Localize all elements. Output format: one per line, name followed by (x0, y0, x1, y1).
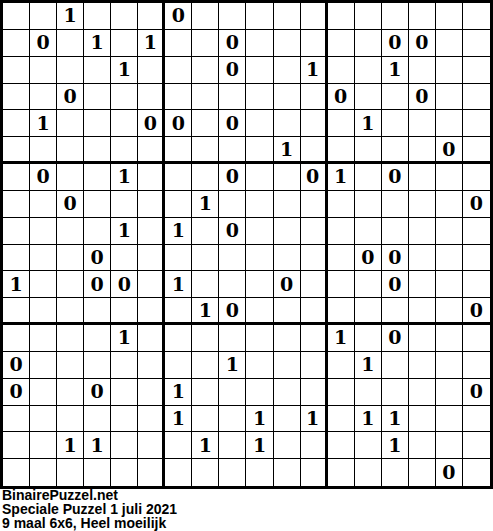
cell-r17c5-empty[interactable] (111, 432, 138, 459)
cell-r16c18-empty[interactable] (463, 406, 490, 433)
cell-r4c2-empty[interactable] (30, 84, 57, 111)
cell-r9c10-empty[interactable] (246, 218, 273, 245)
cell-r8c7-empty[interactable] (165, 191, 192, 218)
cell-r6c6-empty[interactable] (138, 137, 165, 164)
cell-r1c5-empty[interactable] (111, 3, 138, 30)
cell-r6c14-empty[interactable] (355, 137, 382, 164)
cell-r1c4-empty[interactable] (84, 3, 111, 30)
cell-r3c13-empty[interactable] (328, 57, 355, 84)
cell-r10c3-empty[interactable] (57, 245, 84, 272)
cell-r16c10-given-1: 1 (246, 406, 273, 433)
cell-r5c18-empty[interactable] (463, 110, 490, 137)
cell-r15c4-given-0: 0 (84, 379, 111, 406)
cell-r17c18-empty[interactable] (463, 432, 490, 459)
cell-r9c16-empty[interactable] (409, 218, 436, 245)
cell-r2c14-empty[interactable] (355, 30, 382, 57)
cell-r17c11-empty[interactable] (274, 432, 301, 459)
cell-r7c3-empty[interactable] (57, 164, 84, 191)
cell-r13c1-empty[interactable] (3, 325, 30, 352)
cell-r2c18-empty[interactable] (463, 30, 490, 57)
cell-r2c4-given-1: 1 (84, 30, 111, 57)
cell-r14c2-empty[interactable] (30, 352, 57, 379)
cell-r15c16-empty[interactable] (409, 379, 436, 406)
cell-r16c17-empty[interactable] (436, 406, 463, 433)
cell-r4c10-empty[interactable] (246, 84, 273, 111)
cell-r9c15-empty[interactable] (382, 218, 409, 245)
cell-r6c8-empty[interactable] (192, 137, 219, 164)
cell-r10c12-empty[interactable] (301, 245, 328, 272)
cell-r10c14-given-0: 0 (355, 245, 382, 272)
cell-r16c3-empty[interactable] (57, 406, 84, 433)
cell-r13c11-empty[interactable] (274, 325, 301, 352)
cell-r15c7-given-1: 1 (165, 379, 192, 406)
cell-r18c12-empty[interactable] (301, 459, 328, 486)
cell-r1c14-empty[interactable] (355, 3, 382, 30)
cell-r12c2-empty[interactable] (30, 298, 57, 325)
cell-r9c6-empty[interactable] (138, 218, 165, 245)
cell-r14c14-given-1: 1 (355, 352, 382, 379)
cell-r9c12-empty[interactable] (301, 218, 328, 245)
cell-r10c1-empty[interactable] (3, 245, 30, 272)
cell-r4c15-empty[interactable] (382, 84, 409, 111)
cell-r7c6-empty[interactable] (138, 164, 165, 191)
cell-r11c15-given-0: 0 (382, 271, 409, 298)
cell-r15c15-empty[interactable] (382, 379, 409, 406)
cell-r14c4-empty[interactable] (84, 352, 111, 379)
cell-r3c17-empty[interactable] (436, 57, 463, 84)
cell-r4c4-empty[interactable] (84, 84, 111, 111)
cell-r4c12-empty[interactable] (301, 84, 328, 111)
cell-r15c5-empty[interactable] (111, 379, 138, 406)
cell-r5c1-empty[interactable] (3, 110, 30, 137)
cell-r18c15-empty[interactable] (382, 459, 409, 486)
cell-r1c16-empty[interactable] (409, 3, 436, 30)
cell-r17c4-given-1: 1 (84, 432, 111, 459)
cell-r16c7-given-1: 1 (165, 406, 192, 433)
cell-r3c9-given-0: 0 (219, 57, 246, 84)
cell-r5c13-empty[interactable] (328, 110, 355, 137)
cell-r8c14-empty[interactable] (355, 191, 382, 218)
cell-r5c4-empty[interactable] (84, 110, 111, 137)
cell-r10c10-empty[interactable] (246, 245, 273, 272)
cell-r18c18-empty[interactable] (463, 459, 490, 486)
cell-r12c4-empty[interactable] (84, 298, 111, 325)
cell-r3c2-empty[interactable] (30, 57, 57, 84)
cell-r2c16-given-0: 0 (409, 30, 436, 57)
cell-r14c9-given-1: 1 (219, 352, 246, 379)
cell-r6c18-empty[interactable] (463, 137, 490, 164)
cell-r7c17-empty[interactable] (436, 164, 463, 191)
cell-r14c10-empty[interactable] (246, 352, 273, 379)
cell-r17c14-empty[interactable] (355, 432, 382, 459)
cell-r12c16-empty[interactable] (409, 298, 436, 325)
cell-r13c6-empty[interactable] (138, 325, 165, 352)
cell-r10c9-empty[interactable] (219, 245, 246, 272)
cell-r11c8-empty[interactable] (192, 271, 219, 298)
cell-r14c17-empty[interactable] (436, 352, 463, 379)
cell-r6c12-empty[interactable] (301, 137, 328, 164)
cell-r5c8-empty[interactable] (192, 110, 219, 137)
cell-r3c18-empty[interactable] (463, 57, 490, 84)
cell-r8c5-empty[interactable] (111, 191, 138, 218)
cell-r12c7-empty[interactable] (165, 298, 192, 325)
cell-r14c18-empty[interactable] (463, 352, 490, 379)
cell-r10c16-empty[interactable] (409, 245, 436, 272)
cell-r1c2-empty[interactable] (30, 3, 57, 30)
cell-r15c8-empty[interactable] (192, 379, 219, 406)
cell-r7c8-empty[interactable] (192, 164, 219, 191)
cell-r11c6-empty[interactable] (138, 271, 165, 298)
cell-r1c8-empty[interactable] (192, 3, 219, 30)
cell-r13c18-empty[interactable] (463, 325, 490, 352)
cell-r7c10-empty[interactable] (246, 164, 273, 191)
cell-r16c6-empty[interactable] (138, 406, 165, 433)
cell-r3c16-empty[interactable] (409, 57, 436, 84)
cell-r10c7-empty[interactable] (165, 245, 192, 272)
cell-r16c13-empty[interactable] (328, 406, 355, 433)
cell-r15c11-empty[interactable] (274, 379, 301, 406)
cell-r5c15-empty[interactable] (382, 110, 409, 137)
cell-r2c8-empty[interactable] (192, 30, 219, 57)
cell-r11c13-empty[interactable] (328, 271, 355, 298)
cell-r12c8-given-1: 1 (192, 298, 219, 325)
cell-r17c13-empty[interactable] (328, 432, 355, 459)
cell-r13c9-empty[interactable] (219, 325, 246, 352)
cell-r4c5-empty[interactable] (111, 84, 138, 111)
cell-r16c4-empty[interactable] (84, 406, 111, 433)
cell-r8c13-empty[interactable] (328, 191, 355, 218)
cell-r3c11-empty[interactable] (274, 57, 301, 84)
cell-r10c2-empty[interactable] (30, 245, 57, 272)
cell-r3c8-empty[interactable] (192, 57, 219, 84)
cell-r15c10-empty[interactable] (246, 379, 273, 406)
cell-r18c11-empty[interactable] (274, 459, 301, 486)
cell-r7c16-empty[interactable] (409, 164, 436, 191)
cell-r5c14-given-1: 1 (355, 110, 382, 137)
cell-r9c5-given-1: 1 (111, 218, 138, 245)
cell-r1c11-empty[interactable] (274, 3, 301, 30)
cell-r11c4-given-0: 0 (84, 271, 111, 298)
cell-r2c13-empty[interactable] (328, 30, 355, 57)
footer: BinairePuzzel.net Speciale Puzzel 1 juli… (2, 488, 491, 530)
cell-r4c3-given-0: 0 (57, 84, 84, 111)
cell-r15c14-empty[interactable] (355, 379, 382, 406)
cell-r9c13-empty[interactable] (328, 218, 355, 245)
puzzle-grid: 1001100010110001000110010010010110000100… (0, 0, 493, 489)
cell-r18c5-empty[interactable] (111, 459, 138, 486)
cell-r16c12-given-1: 1 (301, 406, 328, 433)
cell-r6c13-empty[interactable] (328, 137, 355, 164)
cell-r9c11-empty[interactable] (274, 218, 301, 245)
cell-r11c7-given-1: 1 (165, 271, 192, 298)
cell-r10c17-empty[interactable] (436, 245, 463, 272)
cell-r18c2-empty[interactable] (30, 459, 57, 486)
footer-subtitle: Speciale Puzzel 1 juli 2021 (2, 502, 491, 516)
cell-r17c12-empty[interactable] (301, 432, 328, 459)
cell-r17c7-empty[interactable] (165, 432, 192, 459)
cell-r2c11-empty[interactable] (274, 30, 301, 57)
cell-r15c17-empty[interactable] (436, 379, 463, 406)
cell-r14c8-empty[interactable] (192, 352, 219, 379)
cell-r16c8-empty[interactable] (192, 406, 219, 433)
cell-r10c11-empty[interactable] (274, 245, 301, 272)
cell-r4c17-empty[interactable] (436, 84, 463, 111)
cell-r4c7-empty[interactable] (165, 84, 192, 111)
cell-r14c15-empty[interactable] (382, 352, 409, 379)
cell-r18c6-empty[interactable] (138, 459, 165, 486)
cell-r3c12-given-1: 1 (301, 57, 328, 84)
cell-r1c1-empty[interactable] (3, 3, 30, 30)
cell-r6c3-empty[interactable] (57, 137, 84, 164)
cell-r13c16-empty[interactable] (409, 325, 436, 352)
cell-r11c2-empty[interactable] (30, 271, 57, 298)
cell-r6c15-empty[interactable] (382, 137, 409, 164)
cell-r8c12-empty[interactable] (301, 191, 328, 218)
cell-r13c17-empty[interactable] (436, 325, 463, 352)
cell-r18c16-empty[interactable] (409, 459, 436, 486)
cell-r15c2-empty[interactable] (30, 379, 57, 406)
cell-r18c10-empty[interactable] (246, 459, 273, 486)
cell-r6c7-empty[interactable] (165, 137, 192, 164)
cell-r5c12-empty[interactable] (301, 110, 328, 137)
footer-info: 9 maal 6x6, Heel moeilijk (2, 516, 491, 530)
cell-r8c18-given-0: 0 (463, 191, 490, 218)
cell-r15c6-empty[interactable] (138, 379, 165, 406)
cell-r8c17-empty[interactable] (436, 191, 463, 218)
cell-r12c5-empty[interactable] (111, 298, 138, 325)
cell-r18c14-empty[interactable] (355, 459, 382, 486)
cell-r14c7-empty[interactable] (165, 352, 192, 379)
cell-r2c3-empty[interactable] (57, 30, 84, 57)
cell-r2c2-given-0: 0 (30, 30, 57, 57)
cell-r3c6-empty[interactable] (138, 57, 165, 84)
cell-r2c10-empty[interactable] (246, 30, 273, 57)
cell-r1c15-empty[interactable] (382, 3, 409, 30)
cell-r18c7-empty[interactable] (165, 459, 192, 486)
cell-r13c8-empty[interactable] (192, 325, 219, 352)
cell-r15c3-empty[interactable] (57, 379, 84, 406)
cell-r11c10-empty[interactable] (246, 271, 273, 298)
cell-r16c16-empty[interactable] (409, 406, 436, 433)
cell-r16c9-empty[interactable] (219, 406, 246, 433)
cell-r2c7-empty[interactable] (165, 30, 192, 57)
cell-r4c18-empty[interactable] (463, 84, 490, 111)
cell-r18c9-empty[interactable] (219, 459, 246, 486)
cell-r15c13-empty[interactable] (328, 379, 355, 406)
cell-r4c9-empty[interactable] (219, 84, 246, 111)
cell-r13c14-empty[interactable] (355, 325, 382, 352)
cell-r11c5-given-0: 0 (111, 271, 138, 298)
cell-r12c1-empty[interactable] (3, 298, 30, 325)
cell-r8c8-given-1: 1 (192, 191, 219, 218)
cell-r8c1-empty[interactable] (3, 191, 30, 218)
cell-r16c11-empty[interactable] (274, 406, 301, 433)
cell-r8c10-empty[interactable] (246, 191, 273, 218)
cell-r3c3-empty[interactable] (57, 57, 84, 84)
cell-r2c12-empty[interactable] (301, 30, 328, 57)
cell-r12c15-empty[interactable] (382, 298, 409, 325)
cell-r4c11-empty[interactable] (274, 84, 301, 111)
cell-r3c7-empty[interactable] (165, 57, 192, 84)
cell-r5c3-empty[interactable] (57, 110, 84, 137)
cell-r12c14-empty[interactable] (355, 298, 382, 325)
cell-r17c6-empty[interactable] (138, 432, 165, 459)
cell-r11c9-empty[interactable] (219, 271, 246, 298)
cell-r12c10-empty[interactable] (246, 298, 273, 325)
cell-r1c10-empty[interactable] (246, 3, 273, 30)
cell-r5c16-empty[interactable] (409, 110, 436, 137)
cell-r18c3-empty[interactable] (57, 459, 84, 486)
cell-r4c16-given-0: 0 (409, 84, 436, 111)
cell-r18c13-empty[interactable] (328, 459, 355, 486)
cell-r13c3-empty[interactable] (57, 325, 84, 352)
cell-r1c17-empty[interactable] (436, 3, 463, 30)
cell-r9c1-empty[interactable] (3, 218, 30, 245)
cell-r12c11-empty[interactable] (274, 298, 301, 325)
cell-r7c12-given-0: 0 (301, 164, 328, 191)
cell-r2c5-empty[interactable] (111, 30, 138, 57)
cell-r3c14-empty[interactable] (355, 57, 382, 84)
cell-r5c17-empty[interactable] (436, 110, 463, 137)
cell-r1c12-empty[interactable] (301, 3, 328, 30)
cell-r14c6-empty[interactable] (138, 352, 165, 379)
cell-r16c5-empty[interactable] (111, 406, 138, 433)
cell-r6c4-empty[interactable] (84, 137, 111, 164)
cell-r13c4-empty[interactable] (84, 325, 111, 352)
cell-r8c15-empty[interactable] (382, 191, 409, 218)
cell-r10c6-empty[interactable] (138, 245, 165, 272)
cell-r17c10-given-1: 1 (246, 432, 273, 459)
cell-r17c3-given-1: 1 (57, 432, 84, 459)
cell-r6c10-empty[interactable] (246, 137, 273, 164)
cell-r17c15-given-1: 1 (382, 432, 409, 459)
cell-r16c2-empty[interactable] (30, 406, 57, 433)
cell-r7c11-empty[interactable] (274, 164, 301, 191)
cell-r14c3-empty[interactable] (57, 352, 84, 379)
cell-r12c13-empty[interactable] (328, 298, 355, 325)
cell-r15c9-empty[interactable] (219, 379, 246, 406)
cell-r12c18-given-0: 0 (463, 298, 490, 325)
cell-r3c4-empty[interactable] (84, 57, 111, 84)
cell-r8c9-empty[interactable] (219, 191, 246, 218)
cell-r17c1-empty[interactable] (3, 432, 30, 459)
cell-r14c16-empty[interactable] (409, 352, 436, 379)
cell-r11c16-empty[interactable] (409, 271, 436, 298)
cell-r11c12-empty[interactable] (301, 271, 328, 298)
cell-r9c7-given-1: 1 (165, 218, 192, 245)
cell-r17c9-empty[interactable] (219, 432, 246, 459)
cell-r11c18-empty[interactable] (463, 271, 490, 298)
cell-r1c6-empty[interactable] (138, 3, 165, 30)
cell-r17c2-empty[interactable] (30, 432, 57, 459)
cell-r1c9-empty[interactable] (219, 3, 246, 30)
cell-r1c18-empty[interactable] (463, 3, 490, 30)
cell-r13c12-empty[interactable] (301, 325, 328, 352)
cell-r13c10-empty[interactable] (246, 325, 273, 352)
cell-r16c15-given-1: 1 (382, 406, 409, 433)
cell-r7c18-empty[interactable] (463, 164, 490, 191)
cell-r4c8-empty[interactable] (192, 84, 219, 111)
cell-r11c3-empty[interactable] (57, 271, 84, 298)
cell-r10c13-empty[interactable] (328, 245, 355, 272)
cell-r18c8-empty[interactable] (192, 459, 219, 486)
cell-r9c4-empty[interactable] (84, 218, 111, 245)
cell-r18c1-empty[interactable] (3, 459, 30, 486)
cell-r7c14-empty[interactable] (355, 164, 382, 191)
cell-r1c13-empty[interactable] (328, 3, 355, 30)
cell-r7c2-given-0: 0 (30, 164, 57, 191)
cell-r9c8-empty[interactable] (192, 218, 219, 245)
cell-r9c14-empty[interactable] (355, 218, 382, 245)
cell-r10c5-empty[interactable] (111, 245, 138, 272)
cell-r13c2-empty[interactable] (30, 325, 57, 352)
cell-r11c14-empty[interactable] (355, 271, 382, 298)
cell-r8c3-given-0: 0 (57, 191, 84, 218)
cell-r18c4-empty[interactable] (84, 459, 111, 486)
cell-r10c18-empty[interactable] (463, 245, 490, 272)
cell-r9c17-empty[interactable] (436, 218, 463, 245)
cell-r7c1-empty[interactable] (3, 164, 30, 191)
cell-r15c12-empty[interactable] (301, 379, 328, 406)
cell-r2c1-empty[interactable] (3, 30, 30, 57)
cell-r17c17-empty[interactable] (436, 432, 463, 459)
cell-r8c6-empty[interactable] (138, 191, 165, 218)
cell-r5c5-empty[interactable] (111, 110, 138, 137)
cell-r7c4-empty[interactable] (84, 164, 111, 191)
cell-r12c12-empty[interactable] (301, 298, 328, 325)
cell-r6c16-empty[interactable] (409, 137, 436, 164)
cell-r9c18-empty[interactable] (463, 218, 490, 245)
cell-r3c10-empty[interactable] (246, 57, 273, 84)
cell-r14c13-empty[interactable] (328, 352, 355, 379)
cell-r13c7-empty[interactable] (165, 325, 192, 352)
cell-r11c17-empty[interactable] (436, 271, 463, 298)
cell-r6c1-empty[interactable] (3, 137, 30, 164)
cell-r14c5-empty[interactable] (111, 352, 138, 379)
cell-r9c3-empty[interactable] (57, 218, 84, 245)
cell-r6c9-empty[interactable] (219, 137, 246, 164)
cell-r17c16-empty[interactable] (409, 432, 436, 459)
cell-r10c4-given-0: 0 (84, 245, 111, 272)
cell-r8c16-empty[interactable] (409, 191, 436, 218)
cell-r9c2-empty[interactable] (30, 218, 57, 245)
cell-r5c11-empty[interactable] (274, 110, 301, 137)
cell-r10c8-empty[interactable] (192, 245, 219, 272)
cell-r12c6-empty[interactable] (138, 298, 165, 325)
cell-r4c1-empty[interactable] (3, 84, 30, 111)
cell-r2c17-empty[interactable] (436, 30, 463, 57)
cell-r8c2-empty[interactable] (30, 191, 57, 218)
cell-r12c17-empty[interactable] (436, 298, 463, 325)
cell-r15c1-given-0: 0 (3, 379, 30, 406)
cell-r5c10-empty[interactable] (246, 110, 273, 137)
cell-r4c6-empty[interactable] (138, 84, 165, 111)
cell-r7c7-empty[interactable] (165, 164, 192, 191)
cell-r12c3-empty[interactable] (57, 298, 84, 325)
cell-r6c2-empty[interactable] (30, 137, 57, 164)
cell-r8c11-empty[interactable] (274, 191, 301, 218)
cell-r6c5-empty[interactable] (111, 137, 138, 164)
cell-r18c17-given-0: 0 (436, 459, 463, 486)
cell-r8c4-empty[interactable] (84, 191, 111, 218)
cell-r16c1-empty[interactable] (3, 406, 30, 433)
cell-r7c13-given-1: 1 (328, 164, 355, 191)
cell-r3c1-empty[interactable] (3, 57, 30, 84)
cell-r14c11-empty[interactable] (274, 352, 301, 379)
cell-r13c15-given-0: 0 (382, 325, 409, 352)
cell-r4c14-empty[interactable] (355, 84, 382, 111)
cell-r14c12-empty[interactable] (301, 352, 328, 379)
